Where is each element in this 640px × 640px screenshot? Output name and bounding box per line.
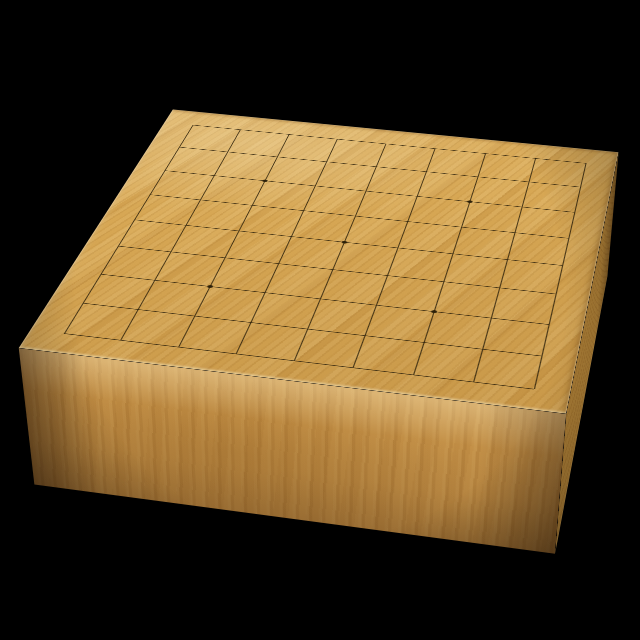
star-point xyxy=(341,241,347,244)
goban-box xyxy=(34,230,607,553)
star-point xyxy=(262,179,268,182)
grid-line-horizontal xyxy=(164,170,574,212)
grid-line-horizontal xyxy=(101,274,549,325)
grid-line-horizontal xyxy=(150,194,569,238)
star-point xyxy=(431,310,437,314)
star-point xyxy=(467,200,473,203)
grid-line-horizontal xyxy=(192,125,585,164)
grid-line-horizontal xyxy=(118,246,556,294)
star-point xyxy=(206,284,213,287)
board-3d-scene xyxy=(0,0,640,640)
grid-line-horizontal xyxy=(134,220,562,266)
product-photo-stage xyxy=(0,0,640,640)
grid-line-horizontal xyxy=(179,147,580,187)
grid-line-horizontal xyxy=(83,303,542,356)
